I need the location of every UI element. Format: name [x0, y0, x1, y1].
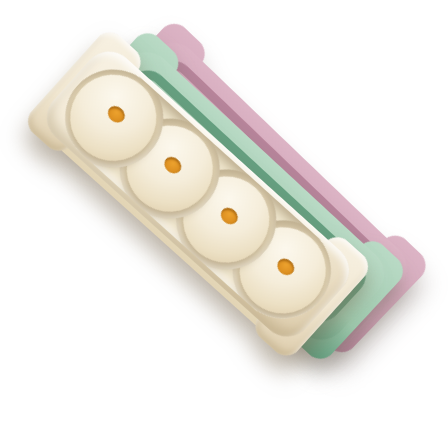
fill-hole-2	[161, 154, 184, 177]
fill-hole-1	[105, 103, 128, 126]
product-photo-canvas	[0, 0, 448, 422]
fill-hole-3	[218, 204, 241, 227]
fill-hole-4	[274, 255, 297, 278]
